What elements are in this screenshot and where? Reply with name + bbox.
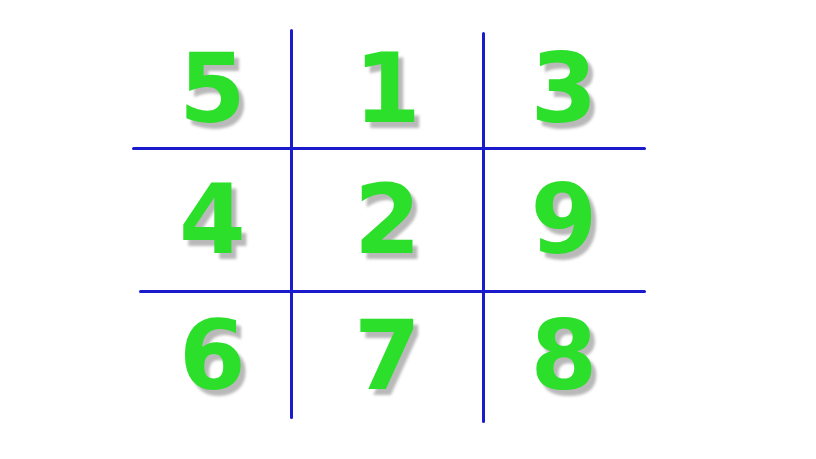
cell-digit: 5 bbox=[179, 41, 246, 137]
cell-digit: 1 bbox=[354, 41, 421, 137]
cell-digit: 2 bbox=[354, 172, 421, 268]
cell-r3c2[interactable]: 7 bbox=[292, 291, 483, 420]
cell-digit: 3 bbox=[531, 41, 598, 137]
cell-digit: 8 bbox=[531, 308, 598, 404]
cell-r3c3[interactable]: 8 bbox=[483, 291, 645, 420]
number-grid: 5 1 3 4 2 9 6 7 8 bbox=[133, 30, 645, 420]
cell-r2c2[interactable]: 2 bbox=[292, 148, 483, 291]
cell-r2c3[interactable]: 9 bbox=[483, 148, 645, 291]
cell-r3c1[interactable]: 6 bbox=[133, 291, 292, 420]
cell-digit: 4 bbox=[179, 172, 246, 268]
cell-r1c2[interactable]: 1 bbox=[292, 30, 483, 148]
cell-r2c1[interactable]: 4 bbox=[133, 148, 292, 291]
cell-digit: 9 bbox=[531, 172, 598, 268]
cell-digit: 6 bbox=[179, 308, 246, 404]
cell-r1c3[interactable]: 3 bbox=[483, 30, 645, 148]
puzzle-canvas: 5 1 3 4 2 9 6 7 8 bbox=[0, 0, 816, 459]
cell-r1c1[interactable]: 5 bbox=[133, 30, 292, 148]
cell-digit: 7 bbox=[354, 308, 421, 404]
